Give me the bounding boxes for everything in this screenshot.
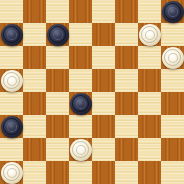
square-c4r6[interactable]: [92, 138, 115, 161]
square-c6r1[interactable]: [138, 23, 161, 46]
square-c1r5[interactable]: [23, 115, 46, 138]
checkers-board: [0, 0, 184, 184]
square-c5r1[interactable]: [115, 23, 138, 46]
square-c3r5[interactable]: [69, 115, 92, 138]
square-c7r4[interactable]: [161, 92, 184, 115]
square-c2r7[interactable]: [46, 161, 69, 184]
square-c0r6[interactable]: [0, 138, 23, 161]
square-c5r0[interactable]: [115, 0, 138, 23]
square-c0r5[interactable]: [0, 115, 23, 138]
square-c3r1[interactable]: [69, 23, 92, 46]
square-c3r2[interactable]: [69, 46, 92, 69]
square-c7r3[interactable]: [161, 69, 184, 92]
square-c5r6[interactable]: [115, 138, 138, 161]
square-c7r1[interactable]: [161, 23, 184, 46]
square-c6r5[interactable]: [138, 115, 161, 138]
square-c6r6[interactable]: [138, 138, 161, 161]
square-c1r1[interactable]: [23, 23, 46, 46]
square-c4r3[interactable]: [92, 69, 115, 92]
square-c0r4[interactable]: [0, 92, 23, 115]
square-c3r7[interactable]: [69, 161, 92, 184]
square-c4r0[interactable]: [92, 0, 115, 23]
square-c7r2[interactable]: [161, 46, 184, 69]
black-man-piece[interactable]: [162, 1, 184, 23]
square-c4r7[interactable]: [92, 161, 115, 184]
square-c3r4[interactable]: [69, 92, 92, 115]
square-c0r2[interactable]: [0, 46, 23, 69]
square-c6r2[interactable]: [138, 46, 161, 69]
square-c5r5[interactable]: [115, 115, 138, 138]
square-c3r6[interactable]: [69, 138, 92, 161]
square-c2r6[interactable]: [46, 138, 69, 161]
square-c2r4[interactable]: [46, 92, 69, 115]
square-c2r3[interactable]: [46, 69, 69, 92]
white-man-piece[interactable]: [139, 24, 161, 46]
black-man-piece[interactable]: [1, 116, 23, 138]
square-c2r0[interactable]: [46, 0, 69, 23]
square-c1r0[interactable]: [23, 0, 46, 23]
white-man-piece[interactable]: [70, 139, 92, 161]
white-man-piece[interactable]: [1, 70, 23, 92]
square-c5r3[interactable]: [115, 69, 138, 92]
white-man-piece[interactable]: [1, 162, 23, 184]
square-c4r2[interactable]: [92, 46, 115, 69]
square-c6r7[interactable]: [138, 161, 161, 184]
square-c1r2[interactable]: [23, 46, 46, 69]
square-c1r6[interactable]: [23, 138, 46, 161]
square-c5r2[interactable]: [115, 46, 138, 69]
square-c1r7[interactable]: [23, 161, 46, 184]
black-man-piece[interactable]: [1, 24, 23, 46]
square-c3r3[interactable]: [69, 69, 92, 92]
square-c2r5[interactable]: [46, 115, 69, 138]
square-c6r3[interactable]: [138, 69, 161, 92]
square-c7r0[interactable]: [161, 0, 184, 23]
square-c0r1[interactable]: [0, 23, 23, 46]
square-c4r4[interactable]: [92, 92, 115, 115]
square-c5r7[interactable]: [115, 161, 138, 184]
square-c4r1[interactable]: [92, 23, 115, 46]
square-c4r5[interactable]: [92, 115, 115, 138]
square-c0r0[interactable]: [0, 0, 23, 23]
square-c1r4[interactable]: [23, 92, 46, 115]
square-c2r1[interactable]: [46, 23, 69, 46]
square-c6r4[interactable]: [138, 92, 161, 115]
square-c5r4[interactable]: [115, 92, 138, 115]
square-c0r7[interactable]: [0, 161, 23, 184]
square-c0r3[interactable]: [0, 69, 23, 92]
square-c2r2[interactable]: [46, 46, 69, 69]
square-c3r0[interactable]: [69, 0, 92, 23]
square-c7r5[interactable]: [161, 115, 184, 138]
black-man-piece[interactable]: [70, 93, 92, 115]
black-man-piece[interactable]: [47, 24, 69, 46]
white-man-piece[interactable]: [162, 47, 184, 69]
square-c7r7[interactable]: [161, 161, 184, 184]
square-c7r6[interactable]: [161, 138, 184, 161]
square-c6r0[interactable]: [138, 0, 161, 23]
square-c1r3[interactable]: [23, 69, 46, 92]
